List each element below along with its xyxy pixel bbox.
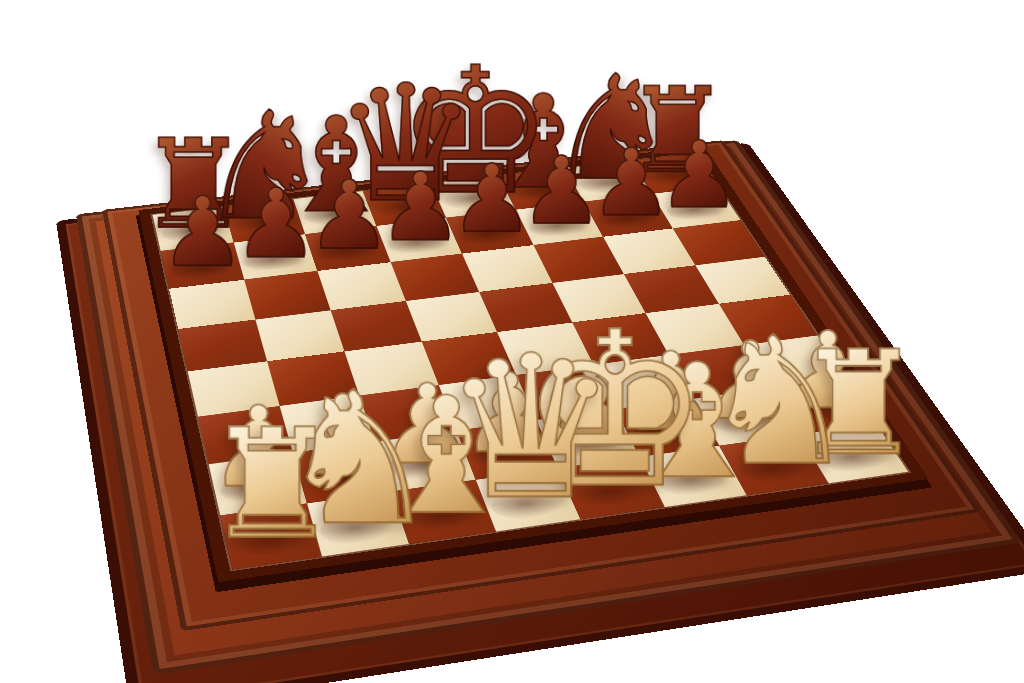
chess-set-photo: ♜♞♝♛♚♝♞♜♟♟♟♟♟♟♟♟♟♟♟♟♟♟♟♟♜♞♝♛♚♝♞♜: [0, 0, 1024, 683]
piece-glyph: ♟: [307, 178, 392, 254]
piece-glyph: ♟: [233, 186, 319, 262]
square-d6: [390, 254, 479, 301]
square-a6: [169, 280, 255, 329]
square-a1: ♜: [220, 503, 321, 569]
piece-glyph: ♜: [204, 424, 340, 545]
piece-glyph: ♟: [160, 195, 246, 272]
